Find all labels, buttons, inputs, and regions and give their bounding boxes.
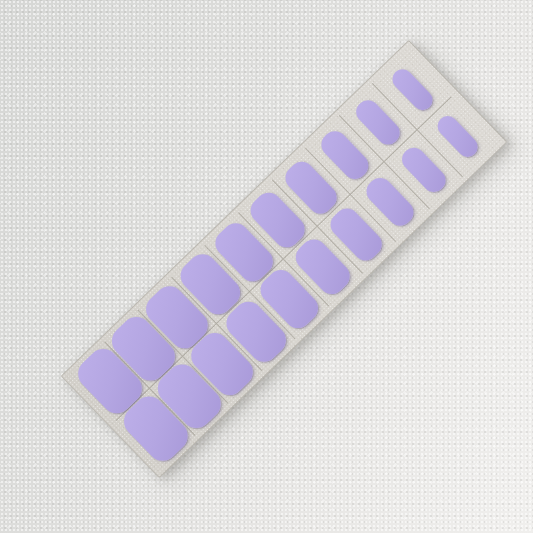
nail-wrap-sheet xyxy=(61,40,508,478)
sticker-grid xyxy=(62,41,506,477)
photo-background-surface xyxy=(0,0,533,533)
